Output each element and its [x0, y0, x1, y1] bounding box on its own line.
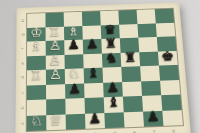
square[interactable]: ♕ [46, 114, 66, 130]
file-label: d [19, 74, 24, 82]
square[interactable] [138, 37, 158, 52]
board-margin: hgfedcba 12345678 ♞ ♔♖♗♛♗♙♟♟♜♙♞♜♚♖♙♘♝♟♟♝… [15, 2, 191, 133]
square[interactable] [27, 84, 46, 100]
black-king[interactable]: ♚ [161, 49, 174, 62]
square[interactable]: ♞ [102, 52, 121, 67]
black-bishop[interactable]: ♝ [107, 95, 120, 109]
white-pawn[interactable]: ♙ [49, 39, 61, 52]
square[interactable]: ♟ [85, 113, 105, 129]
square[interactable] [162, 110, 183, 126]
rank-label: 2 [55, 132, 58, 133]
square[interactable] [82, 11, 101, 25]
square[interactable] [140, 66, 160, 81]
square[interactable] [139, 51, 159, 66]
rank-label: 5 [114, 130, 117, 133]
white-knight[interactable]: ♘ [30, 113, 43, 128]
square[interactable]: ♟ [65, 83, 84, 99]
black-bishop[interactable]: ♝ [87, 66, 100, 80]
square[interactable] [161, 94, 181, 110]
square[interactable]: ♝ [104, 97, 124, 113]
square[interactable] [155, 9, 174, 23]
square[interactable] [119, 24, 138, 39]
square[interactable]: ♟ [83, 39, 102, 54]
square[interactable] [156, 22, 176, 37]
white-rook[interactable]: ♖ [49, 25, 61, 38]
file-label: e [20, 59, 25, 67]
rank-label: 8 [172, 128, 175, 133]
black-pawn[interactable]: ♟ [146, 109, 160, 123]
white-pawn[interactable]: ♙ [49, 53, 62, 67]
black-knight[interactable]: ♞ [105, 51, 118, 64]
square[interactable]: ♚ [158, 50, 178, 65]
square[interactable] [160, 80, 180, 96]
square[interactable] [121, 66, 141, 81]
square[interactable] [104, 112, 124, 128]
square[interactable] [46, 84, 65, 100]
square[interactable] [159, 65, 179, 80]
black-pawn[interactable]: ♟ [86, 38, 99, 51]
rank-label: 7 [153, 129, 156, 133]
square[interactable] [137, 9, 156, 23]
rank-label: 4 [94, 131, 97, 133]
square[interactable] [65, 98, 85, 114]
square[interactable] [118, 10, 137, 24]
file-labels: hgfedcba [17, 14, 26, 132]
black-pawn[interactable]: ♟ [88, 111, 101, 125]
black-rook[interactable]: ♜ [124, 50, 137, 63]
table-surface: hgfedcba 12345678 ♞ ♔♖♗♛♗♙♟♟♜♙♞♜♚♖♙♘♝♟♟♝… [0, 0, 200, 133]
square[interactable]: ♘ [27, 115, 47, 131]
rank-label: 6 [133, 129, 136, 133]
white-rook[interactable]: ♖ [30, 68, 43, 82]
white-king[interactable]: ♔ [30, 26, 42, 39]
rank-label: 3 [74, 132, 77, 133]
square[interactable] [66, 113, 86, 129]
square[interactable] [122, 81, 142, 97]
square[interactable] [84, 82, 104, 98]
file-label: f [20, 45, 25, 53]
black-pawn[interactable]: ♟ [106, 80, 119, 94]
square[interactable]: ♜ [121, 52, 141, 67]
black-rook[interactable]: ♜ [104, 37, 117, 50]
file-label: b [19, 104, 24, 112]
file-label: g [20, 31, 25, 38]
board-grid: ♔♖♗♛♗♙♟♟♜♙♞♜♚♖♙♘♝♟♟♝♘♕♟♟ [27, 9, 183, 131]
square[interactable]: ♗ [27, 41, 46, 56]
square[interactable]: ♙ [46, 69, 65, 84]
white-knight[interactable]: ♘ [68, 67, 81, 81]
chess-board: hgfedcba 12345678 ♞ ♔♖♗♛♗♙♟♟♜♙♞♜♚♖♙♘♝♟♟♝… [15, 2, 191, 133]
square[interactable]: ♝ [84, 68, 103, 83]
square[interactable]: ♖ [27, 70, 46, 85]
square[interactable] [124, 111, 144, 127]
square[interactable] [141, 80, 161, 96]
white-queen[interactable]: ♕ [49, 113, 62, 127]
black-pawn[interactable]: ♟ [67, 38, 80, 51]
black-pawn[interactable]: ♟ [68, 82, 81, 96]
square[interactable]: ♟ [143, 110, 163, 126]
file-label: h [20, 17, 25, 24]
file-label: c [19, 89, 24, 97]
square[interactable] [123, 96, 143, 112]
white-bishop[interactable]: ♗ [67, 24, 80, 37]
file-label: a [19, 119, 24, 127]
white-pawn[interactable]: ♙ [49, 68, 62, 82]
square[interactable] [137, 23, 156, 38]
black-queen[interactable]: ♛ [104, 23, 117, 36]
square[interactable]: ♟ [64, 40, 83, 55]
white-bishop[interactable]: ♗ [30, 40, 42, 53]
